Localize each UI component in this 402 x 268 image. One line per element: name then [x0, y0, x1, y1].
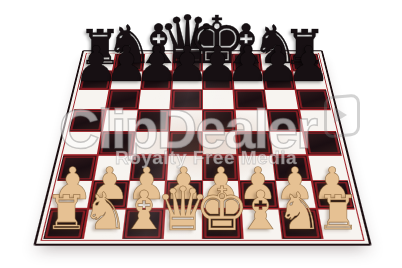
square-b6 — [106, 90, 139, 109]
stock-photo-chessboard: ♜♞♝♛♚♝♞♜♟♟♟♟♟♟♟♟♟♟♟♟♟♟♟♟♜♞♝♛♚♝♞♜ ClipDea… — [0, 0, 402, 268]
square-d7 — [172, 71, 202, 89]
square-d2 — [165, 181, 202, 208]
square-e3 — [203, 155, 238, 180]
square-g6 — [265, 90, 298, 109]
square-h7 — [293, 71, 326, 89]
square-d4 — [168, 131, 201, 154]
square-a8 — [84, 54, 116, 71]
square-c1 — [123, 209, 163, 238]
square-f2 — [240, 181, 278, 208]
square-d1 — [163, 209, 201, 238]
square-g1 — [279, 209, 321, 238]
square-a1 — [43, 209, 87, 238]
square-g5 — [267, 110, 302, 131]
square-d3 — [167, 155, 202, 180]
square-c3 — [130, 155, 166, 180]
square-f7 — [233, 71, 264, 89]
square-f3 — [238, 155, 274, 180]
square-d8 — [173, 54, 202, 71]
square-b4 — [98, 131, 134, 154]
square-g3 — [273, 155, 311, 180]
square-a4 — [63, 131, 101, 154]
square-c8 — [143, 54, 173, 71]
square-c7 — [141, 71, 172, 89]
board-frame — [40, 52, 365, 240]
square-b2 — [89, 181, 129, 208]
square-e8 — [203, 54, 232, 71]
square-a7 — [79, 71, 112, 89]
square-b1 — [83, 209, 125, 238]
square-h5 — [300, 110, 336, 131]
square-e4 — [203, 131, 236, 154]
square-d6 — [171, 90, 202, 109]
square-b8 — [113, 54, 144, 71]
square-f1 — [241, 209, 281, 238]
square-c5 — [136, 110, 169, 131]
square-c6 — [139, 90, 171, 109]
square-a2 — [51, 181, 92, 208]
square-h8 — [290, 54, 322, 71]
square-b5 — [103, 110, 138, 131]
square-h4 — [304, 131, 342, 154]
square-g7 — [263, 71, 295, 89]
square-g4 — [270, 131, 306, 154]
square-b3 — [94, 155, 132, 180]
square-f4 — [237, 131, 272, 154]
square-c2 — [127, 181, 165, 208]
square-h2 — [313, 181, 354, 208]
square-a6 — [74, 90, 108, 109]
square-e2 — [203, 181, 240, 208]
square-d5 — [170, 110, 202, 131]
square-h3 — [308, 155, 347, 180]
square-h1 — [318, 209, 362, 238]
square-e7 — [203, 71, 233, 89]
square-a3 — [57, 155, 96, 180]
square-f8 — [232, 54, 262, 71]
square-a5 — [69, 110, 105, 131]
square-e5 — [203, 110, 235, 131]
square-h6 — [296, 90, 330, 109]
square-b7 — [110, 71, 142, 89]
square-e1 — [203, 209, 241, 238]
board-grid — [43, 54, 361, 239]
chess-board — [33, 50, 371, 245]
square-e6 — [203, 90, 234, 109]
square-g2 — [276, 181, 316, 208]
square-c4 — [133, 131, 168, 154]
square-g8 — [261, 54, 292, 71]
square-f6 — [234, 90, 266, 109]
square-f5 — [235, 110, 268, 131]
